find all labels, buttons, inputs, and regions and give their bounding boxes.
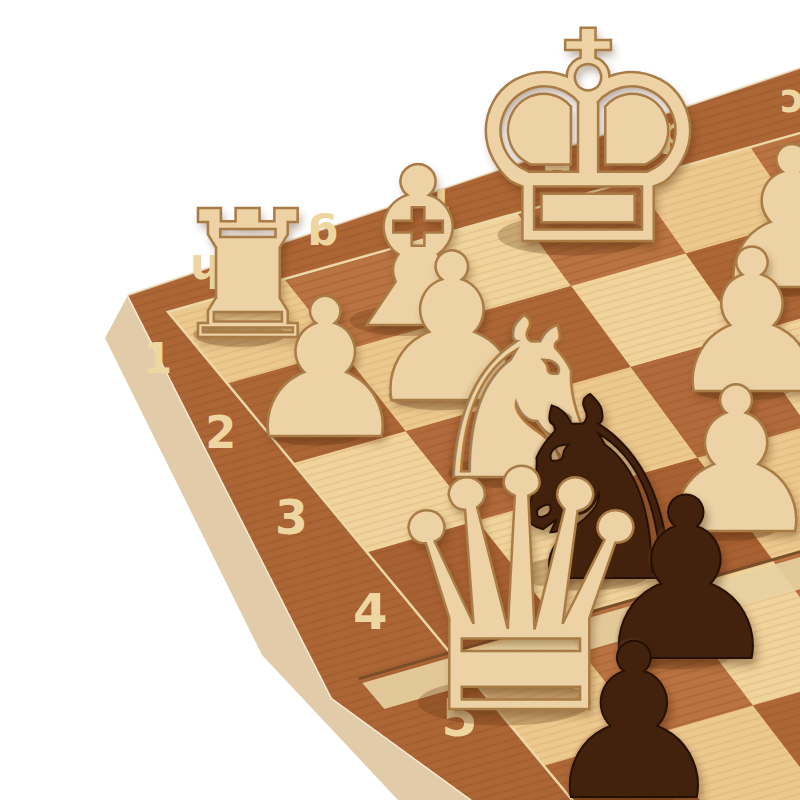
piece-shadow-e3 [691, 373, 794, 401]
piece-shadow-e1 [498, 215, 650, 256]
piece-shadow-h5 [418, 679, 591, 726]
piece-shadow-h1 [193, 322, 285, 347]
piece-shadow-g5 [617, 638, 733, 669]
piece-shadow-g1 [350, 305, 464, 336]
piece-shadow-h2 [266, 419, 366, 446]
piece-shadow-g2 [389, 382, 496, 411]
piece-shadow-g3 [448, 457, 563, 488]
chess-board: hgfedc12345 [0, 0, 800, 800]
rank-label-2: 2 [205, 407, 236, 459]
piece-shadow-g4 [520, 555, 651, 590]
file-label-f: f [430, 179, 449, 228]
chess-set-photo: hgfedc12345 ♚♟♝♜♟♟♟♞♟♞♟♛♟ [0, 0, 800, 800]
file-label-h: h [190, 245, 221, 296]
file-label-g: g [307, 212, 338, 262]
rank-label-3: 3 [275, 490, 308, 545]
rank-label-1: 1 [143, 334, 172, 383]
file-label-c: c [780, 81, 800, 127]
file-label-e: e [543, 146, 571, 195]
file-label-d: d [660, 113, 689, 161]
piece-shadow-f4 [674, 513, 779, 541]
rank-label-4: 4 [353, 583, 388, 641]
